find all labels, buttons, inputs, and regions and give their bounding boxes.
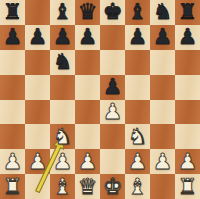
square-e6[interactable] [100,50,125,75]
square-h6[interactable] [175,50,200,75]
white-pawn-d2[interactable]: ♟ [78,151,98,173]
square-h5[interactable] [175,75,200,100]
black-bishop-c8[interactable]: ♝ [53,1,73,23]
square-a6[interactable] [0,50,25,75]
square-b1[interactable] [25,174,50,199]
white-knight-c3[interactable]: ♞ [53,126,73,148]
square-d7[interactable]: ♟ [75,25,100,50]
square-b4[interactable] [25,100,50,125]
white-king-e1[interactable]: ♚ [103,176,123,198]
square-c7[interactable]: ♟ [50,25,75,50]
square-d1[interactable]: ♛ [75,174,100,199]
black-pawn-g7[interactable]: ♟ [153,26,173,48]
white-pawn-e4[interactable]: ♟ [103,101,123,123]
square-d8[interactable]: ♛ [75,0,100,25]
black-bishop-f8[interactable]: ♝ [128,1,148,23]
black-pawn-f7[interactable]: ♟ [128,26,148,48]
square-a2[interactable]: ♟ [0,149,25,174]
square-h7[interactable]: ♟ [175,25,200,50]
square-h8[interactable]: ♜ [175,0,200,25]
black-rook-h8[interactable]: ♜ [178,1,198,23]
square-f1[interactable]: ♝ [125,174,150,199]
square-b3[interactable] [25,124,50,149]
square-b8[interactable] [25,0,50,25]
white-rook-h1[interactable]: ♜ [178,176,198,198]
square-f8[interactable]: ♝ [125,0,150,25]
black-knight-g8[interactable]: ♞ [153,1,173,23]
black-queen-d8[interactable]: ♛ [78,1,98,23]
square-c2[interactable]: ♟ [50,149,75,174]
white-pawn-g2[interactable]: ♟ [153,151,173,173]
square-g6[interactable] [150,50,175,75]
square-a8[interactable]: ♜ [0,0,25,25]
square-d4[interactable] [75,100,100,125]
white-pawn-f2[interactable]: ♟ [128,151,148,173]
square-f6[interactable] [125,50,150,75]
square-f5[interactable] [125,75,150,100]
black-king-e8[interactable]: ♚ [103,1,123,23]
square-f2[interactable]: ♟ [125,149,150,174]
square-g8[interactable]: ♞ [150,0,175,25]
black-pawn-c7[interactable]: ♟ [53,26,73,48]
square-e2[interactable] [100,149,125,174]
square-h1[interactable]: ♜ [175,174,200,199]
square-e8[interactable]: ♚ [100,0,125,25]
square-f4[interactable] [125,100,150,125]
square-e7[interactable] [100,25,125,50]
black-pawn-h7[interactable]: ♟ [178,26,198,48]
square-f7[interactable]: ♟ [125,25,150,50]
square-d6[interactable] [75,50,100,75]
square-e5[interactable]: ♟ [100,75,125,100]
square-h3[interactable] [175,124,200,149]
square-a1[interactable]: ♜ [0,174,25,199]
white-pawn-h2[interactable]: ♟ [178,151,198,173]
square-c1[interactable]: ♝ [50,174,75,199]
square-c5[interactable] [50,75,75,100]
black-pawn-d7[interactable]: ♟ [78,26,98,48]
square-d2[interactable]: ♟ [75,149,100,174]
square-a5[interactable] [0,75,25,100]
square-b6[interactable] [25,50,50,75]
white-pawn-c2[interactable]: ♟ [53,151,73,173]
black-pawn-b7[interactable]: ♟ [28,26,48,48]
square-a4[interactable] [0,100,25,125]
chess-board: ♜♝♛♚♝♞♜♟♟♟♟♟♟♟♞♟♟♞♞♟♟♟♟♟♟♟♜♝♛♚♝♜ [0,0,200,199]
square-g3[interactable] [150,124,175,149]
square-h4[interactable] [175,100,200,125]
square-e1[interactable]: ♚ [100,174,125,199]
white-rook-a1[interactable]: ♜ [3,176,23,198]
square-d3[interactable] [75,124,100,149]
square-a3[interactable] [0,124,25,149]
black-pawn-a7[interactable]: ♟ [3,26,23,48]
white-queen-d1[interactable]: ♛ [78,176,98,198]
square-g5[interactable] [150,75,175,100]
square-f3[interactable]: ♞ [125,124,150,149]
square-b2[interactable]: ♟ [25,149,50,174]
square-h2[interactable]: ♟ [175,149,200,174]
square-g7[interactable]: ♟ [150,25,175,50]
white-pawn-b2[interactable]: ♟ [28,151,48,173]
black-rook-a8[interactable]: ♜ [3,1,23,23]
white-bishop-c1[interactable]: ♝ [53,176,73,198]
black-knight-c6[interactable]: ♞ [53,51,73,73]
square-d5[interactable] [75,75,100,100]
square-b5[interactable] [25,75,50,100]
square-c4[interactable] [50,100,75,125]
square-c6[interactable]: ♞ [50,50,75,75]
square-c8[interactable]: ♝ [50,0,75,25]
square-b7[interactable]: ♟ [25,25,50,50]
square-e4[interactable]: ♟ [100,100,125,125]
square-g1[interactable] [150,174,175,199]
black-pawn-e5[interactable]: ♟ [103,76,123,98]
square-g4[interactable] [150,100,175,125]
white-bishop-f1[interactable]: ♝ [128,176,148,198]
white-pawn-a2[interactable]: ♟ [3,151,23,173]
white-knight-f3[interactable]: ♞ [128,126,148,148]
square-g2[interactable]: ♟ [150,149,175,174]
square-c3[interactable]: ♞ [50,124,75,149]
square-a7[interactable]: ♟ [0,25,25,50]
square-e3[interactable] [100,124,125,149]
